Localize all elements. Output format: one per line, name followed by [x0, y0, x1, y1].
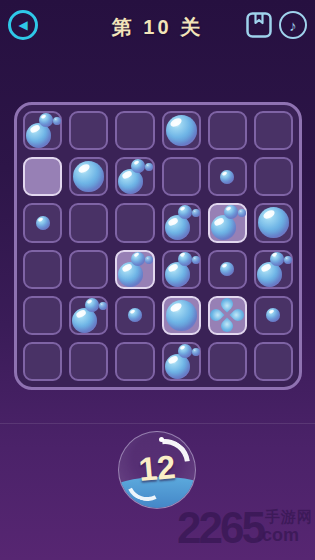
grid-cell[interactable] [254, 296, 293, 335]
grid-cell[interactable] [115, 342, 154, 381]
small-bubble [128, 308, 142, 322]
grid-cell[interactable] [254, 157, 293, 196]
board-frame [14, 102, 302, 390]
water-drop [230, 307, 247, 324]
grid-cell[interactable] [115, 111, 154, 150]
grid-cell[interactable] [162, 250, 201, 289]
double-bubble-main [211, 215, 236, 240]
double-bubble [211, 205, 244, 240]
music-button[interactable]: ♪ [279, 11, 307, 39]
music-note-icon: ♪ [289, 18, 297, 33]
grid-cell[interactable] [69, 342, 108, 381]
grid-cell[interactable] [208, 111, 247, 150]
double-bubble-attach [178, 252, 192, 266]
grid-cell[interactable] [23, 203, 62, 242]
double-bubble-attach [270, 252, 284, 266]
double-bubble-nub [284, 256, 292, 264]
grid-cell[interactable] [23, 111, 62, 150]
grid-cell[interactable] [208, 296, 247, 335]
double-bubble-nub [192, 256, 200, 264]
double-bubble [118, 252, 151, 287]
double-bubble-attach [39, 113, 53, 127]
moves-counter-bubble: 12 [118, 431, 196, 509]
header-bar: ◀ 第 10 关 ♪ [0, 0, 315, 50]
double-bubble [72, 298, 105, 333]
grid-cell[interactable] [115, 296, 154, 335]
double-bubble-attach [178, 205, 192, 219]
watermark-suffix: 手游网 [265, 509, 313, 524]
section-divider [0, 423, 315, 424]
puzzle-grid [23, 111, 293, 381]
double-bubble-attach [131, 159, 145, 173]
double-bubble-attach [131, 252, 145, 266]
double-bubble-main [118, 169, 143, 194]
grid-cell[interactable] [23, 342, 62, 381]
grid-cell[interactable] [23, 157, 62, 196]
grid-cell[interactable] [69, 296, 108, 335]
grid-cell[interactable] [69, 111, 108, 150]
double-bubble-attach [178, 344, 192, 358]
moves-counter-value: 12 [118, 446, 196, 490]
grid-cell[interactable] [115, 157, 154, 196]
double-bubble-nub [145, 163, 153, 171]
large-bubble [166, 300, 197, 331]
grid-cell[interactable] [162, 296, 201, 335]
grid-cell[interactable] [208, 203, 247, 242]
grid-cell[interactable] [162, 342, 201, 381]
double-bubble [165, 252, 198, 287]
water-drop [219, 318, 236, 335]
double-bubble [26, 113, 59, 148]
double-bubble-nub [99, 302, 107, 310]
grid-cell[interactable] [162, 111, 201, 150]
grid-cell[interactable] [254, 250, 293, 289]
large-bubble [73, 161, 104, 192]
grid-cell[interactable] [69, 157, 108, 196]
large-bubble [166, 115, 197, 146]
small-bubble [36, 216, 50, 230]
double-bubble-nub [192, 209, 200, 217]
double-bubble-main [165, 215, 190, 240]
grid-cell[interactable] [115, 250, 154, 289]
grid-cell[interactable] [162, 157, 201, 196]
watermark-domain: .com [257, 526, 313, 544]
grid-cell[interactable] [254, 342, 293, 381]
grid-cell[interactable] [208, 342, 247, 381]
double-bubble [118, 159, 151, 194]
double-bubble-nub [145, 256, 153, 264]
double-bubble-nub [192, 348, 200, 356]
large-bubble [258, 207, 289, 238]
grid-cell[interactable] [254, 111, 293, 150]
double-bubble-nub [238, 209, 246, 217]
splash-drops [210, 298, 244, 332]
bookmark-icon [245, 11, 273, 39]
double-bubble-attach [224, 205, 238, 219]
grid-cell[interactable] [23, 250, 62, 289]
double-bubble [257, 252, 290, 287]
grid-cell[interactable] [162, 203, 201, 242]
double-bubble-nub [53, 117, 61, 125]
grid-cell[interactable] [115, 203, 154, 242]
grid-cell[interactable] [69, 203, 108, 242]
grid-cell[interactable] [208, 250, 247, 289]
small-bubble [220, 262, 234, 276]
watermark-number: 2265 [177, 506, 263, 550]
bubble-highlight-dot [159, 437, 164, 442]
small-bubble [220, 170, 234, 184]
double-bubble [165, 344, 198, 379]
double-bubble [165, 205, 198, 240]
small-bubble [266, 308, 280, 322]
grid-cell[interactable] [254, 203, 293, 242]
bookmark-button[interactable] [245, 11, 273, 39]
grid-cell[interactable] [208, 157, 247, 196]
watermark: 2265 手游网 .com [177, 506, 313, 550]
double-bubble-attach [85, 298, 99, 312]
grid-cell[interactable] [23, 296, 62, 335]
grid-cell[interactable] [69, 250, 108, 289]
